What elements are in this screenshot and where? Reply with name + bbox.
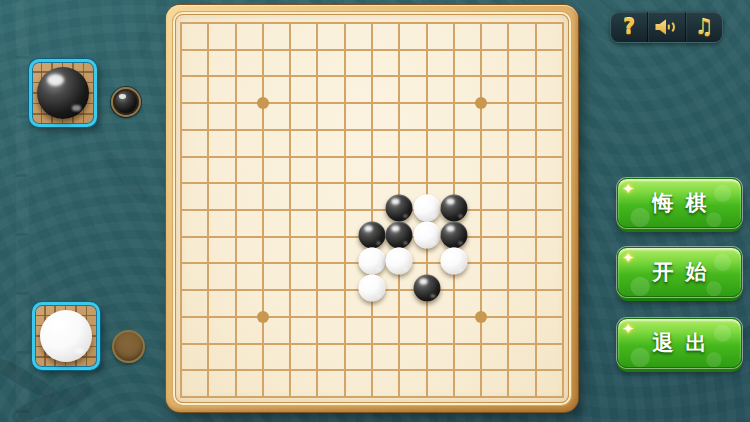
- white-stone: [440, 248, 467, 275]
- start-button[interactable]: ✦ 开始: [617, 247, 742, 297]
- exit-button[interactable]: ✦ 退出: [617, 318, 742, 368]
- star-point: [257, 311, 269, 323]
- black-stone: [359, 221, 386, 248]
- grid-line-horizontal: [180, 343, 564, 345]
- gomoku-board-frame: [166, 5, 578, 412]
- speaker-wave-icon: [661, 20, 675, 34]
- grid-line-vertical: [535, 22, 537, 398]
- start-button-label: 开始: [653, 258, 719, 286]
- white-player-avatar: [32, 302, 100, 370]
- black-stone: [440, 195, 467, 222]
- sound-button[interactable]: [647, 12, 684, 42]
- grid-line-horizontal: [180, 209, 564, 211]
- black-player-avatar: [29, 59, 97, 127]
- star-point: [257, 97, 269, 109]
- black-turn-indicator: [111, 87, 141, 117]
- white-stone: [386, 248, 413, 275]
- grid-line-horizontal: [180, 369, 564, 371]
- black-turn-stone-icon: [115, 91, 137, 113]
- undo-button[interactable]: ✦ 悔棋: [617, 178, 742, 228]
- undo-button-label: 悔棋: [653, 189, 719, 217]
- bamboo-stalk-decoration: [16, 0, 29, 422]
- settings-toolbar: ? ♫: [610, 11, 723, 43]
- black-stone: [386, 195, 413, 222]
- black-stone: [413, 275, 440, 302]
- grid-line-vertical: [562, 22, 564, 398]
- board-grid[interactable]: [181, 23, 563, 397]
- star-point: [475, 311, 487, 323]
- grid-line-horizontal: [180, 396, 564, 398]
- help-icon: ?: [623, 17, 635, 38]
- black-stone: [386, 221, 413, 248]
- white-stone-avatar-icon: [40, 310, 92, 362]
- speaker-icon: [655, 19, 677, 35]
- game-stage: ? ♫ ✦ 悔棋 ✦ 开始 ✦ 退出: [0, 0, 750, 422]
- help-button[interactable]: ?: [611, 12, 647, 42]
- grid-line-horizontal: [180, 316, 564, 318]
- star-point: [475, 97, 487, 109]
- exit-button-label: 退出: [653, 329, 719, 357]
- white-turn-indicator-empty: [112, 330, 145, 363]
- white-stone: [413, 221, 440, 248]
- music-note-icon: ♫: [694, 17, 713, 38]
- sparkle-icon: ✦: [622, 321, 635, 336]
- bamboo-leaf-decoration: [103, 148, 149, 205]
- black-stone-avatar-icon: [37, 67, 89, 119]
- black-stone: [440, 221, 467, 248]
- white-stone: [359, 248, 386, 275]
- white-stone: [359, 275, 386, 302]
- white-stone: [413, 195, 440, 222]
- sparkle-icon: ✦: [622, 181, 635, 196]
- music-button[interactable]: ♫: [685, 12, 722, 42]
- sparkle-icon: ✦: [622, 250, 635, 265]
